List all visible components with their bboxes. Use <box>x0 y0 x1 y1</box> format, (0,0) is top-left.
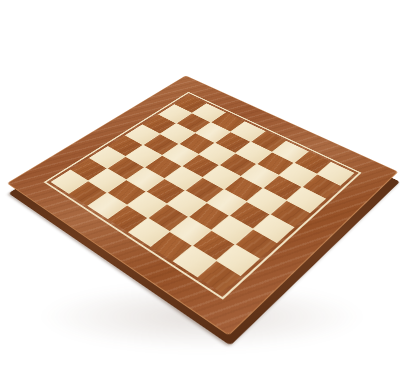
photo-canvas <box>0 0 400 392</box>
